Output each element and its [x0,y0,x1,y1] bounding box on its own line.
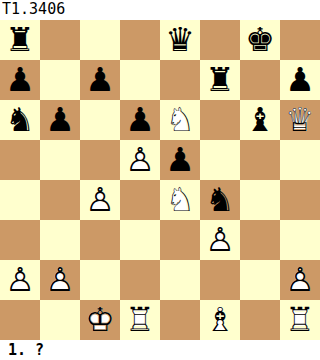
square-h8[interactable] [280,20,320,60]
square-g6[interactable]: ♝ [240,100,280,140]
square-g7[interactable] [240,60,280,100]
square-c7[interactable]: ♟ [80,60,120,100]
square-h2[interactable]: ♟♙ [280,260,320,300]
piece-white-pawn: ♙ [80,180,120,220]
white-pawn-fill: ♟ [80,180,120,220]
square-e7[interactable] [160,60,200,100]
piece-black-rook: ♜ [200,60,240,100]
square-b8[interactable] [40,20,80,60]
piece-black-pawn: ♟ [40,100,80,140]
square-g2[interactable] [240,260,280,300]
piece-black-pawn: ♟ [280,60,320,100]
square-c8[interactable] [80,20,120,60]
square-f4[interactable]: ♞ [200,180,240,220]
piece-black-knight: ♞ [200,180,240,220]
white-knight-fill: ♞ [160,100,200,140]
square-e8[interactable]: ♛ [160,20,200,60]
square-b1[interactable] [40,300,80,340]
piece-white-pawn: ♙ [0,260,40,300]
square-c5[interactable] [80,140,120,180]
square-g4[interactable] [240,180,280,220]
white-pawn-fill: ♟ [40,260,80,300]
square-b4[interactable] [40,180,80,220]
piece-black-rook: ♜ [0,20,40,60]
square-f3[interactable]: ♟♙ [200,220,240,260]
piece-white-pawn: ♙ [120,140,160,180]
piece-black-pawn: ♟ [160,140,200,180]
square-d8[interactable] [120,20,160,60]
square-c3[interactable] [80,220,120,260]
piece-white-rook: ♖ [120,300,160,340]
piece-black-bishop: ♝ [240,100,280,140]
square-f5[interactable] [200,140,240,180]
square-d7[interactable] [120,60,160,100]
square-a7[interactable]: ♟ [0,60,40,100]
square-e3[interactable] [160,220,200,260]
piece-white-rook: ♖ [280,300,320,340]
square-c2[interactable] [80,260,120,300]
square-h7[interactable]: ♟ [280,60,320,100]
piece-black-king: ♚ [240,20,280,60]
square-g1[interactable] [240,300,280,340]
puzzle-title: T1.3406 [0,0,320,20]
square-f1[interactable]: ♝♗ [200,300,240,340]
square-h6[interactable]: ♛♕ [280,100,320,140]
square-a2[interactable]: ♟♙ [0,260,40,300]
piece-white-knight: ♘ [160,180,200,220]
white-pawn-fill: ♟ [120,140,160,180]
piece-white-pawn: ♙ [280,260,320,300]
square-a6[interactable]: ♞ [0,100,40,140]
white-bishop-fill: ♝ [200,300,240,340]
square-g5[interactable] [240,140,280,180]
square-b3[interactable] [40,220,80,260]
piece-white-queen: ♕ [280,100,320,140]
piece-white-knight: ♘ [160,100,200,140]
square-f6[interactable] [200,100,240,140]
white-knight-fill: ♞ [160,180,200,220]
square-c4[interactable]: ♟♙ [80,180,120,220]
square-f7[interactable]: ♜ [200,60,240,100]
square-h3[interactable] [280,220,320,260]
white-rook-fill: ♜ [280,300,320,340]
piece-white-bishop: ♗ [200,300,240,340]
square-h5[interactable] [280,140,320,180]
square-d4[interactable] [120,180,160,220]
piece-black-pawn: ♟ [0,60,40,100]
square-e1[interactable] [160,300,200,340]
square-f8[interactable] [200,20,240,60]
white-pawn-fill: ♟ [200,220,240,260]
square-d3[interactable] [120,220,160,260]
piece-black-pawn: ♟ [80,60,120,100]
square-a4[interactable] [0,180,40,220]
square-d1[interactable]: ♜♖ [120,300,160,340]
square-h4[interactable] [280,180,320,220]
piece-white-king: ♔ [80,300,120,340]
white-pawn-fill: ♟ [280,260,320,300]
square-b7[interactable] [40,60,80,100]
square-g8[interactable]: ♚ [240,20,280,60]
white-rook-fill: ♜ [120,300,160,340]
square-c6[interactable] [80,100,120,140]
square-a8[interactable]: ♜ [0,20,40,60]
square-b5[interactable] [40,140,80,180]
square-d6[interactable]: ♟ [120,100,160,140]
square-b6[interactable]: ♟ [40,100,80,140]
white-pawn-fill: ♟ [0,260,40,300]
square-f2[interactable] [200,260,240,300]
square-a1[interactable] [0,300,40,340]
square-g3[interactable] [240,220,280,260]
piece-white-pawn: ♙ [40,260,80,300]
piece-black-knight: ♞ [0,100,40,140]
square-a5[interactable] [0,140,40,180]
chess-board: ♜♛♚♟♟♜♟♞♟♟♞♘♝♛♕♟♙♟♟♙♞♘♞♟♙♟♙♟♙♟♙♚♔♜♖♝♗♜♖ [0,20,320,340]
square-d5[interactable]: ♟♙ [120,140,160,180]
square-d2[interactable] [120,260,160,300]
white-queen-fill: ♛ [280,100,320,140]
square-e2[interactable] [160,260,200,300]
square-c1[interactable]: ♚♔ [80,300,120,340]
square-a3[interactable] [0,220,40,260]
square-e6[interactable]: ♞♘ [160,100,200,140]
piece-white-pawn: ♙ [200,220,240,260]
square-e4[interactable]: ♞♘ [160,180,200,220]
piece-black-pawn: ♟ [120,100,160,140]
square-h1[interactable]: ♜♖ [280,300,320,340]
piece-black-queen: ♛ [160,20,200,60]
square-b2[interactable]: ♟♙ [40,260,80,300]
move-prompt: 1. ? [0,340,320,360]
white-king-fill: ♚ [80,300,120,340]
square-e5[interactable]: ♟ [160,140,200,180]
